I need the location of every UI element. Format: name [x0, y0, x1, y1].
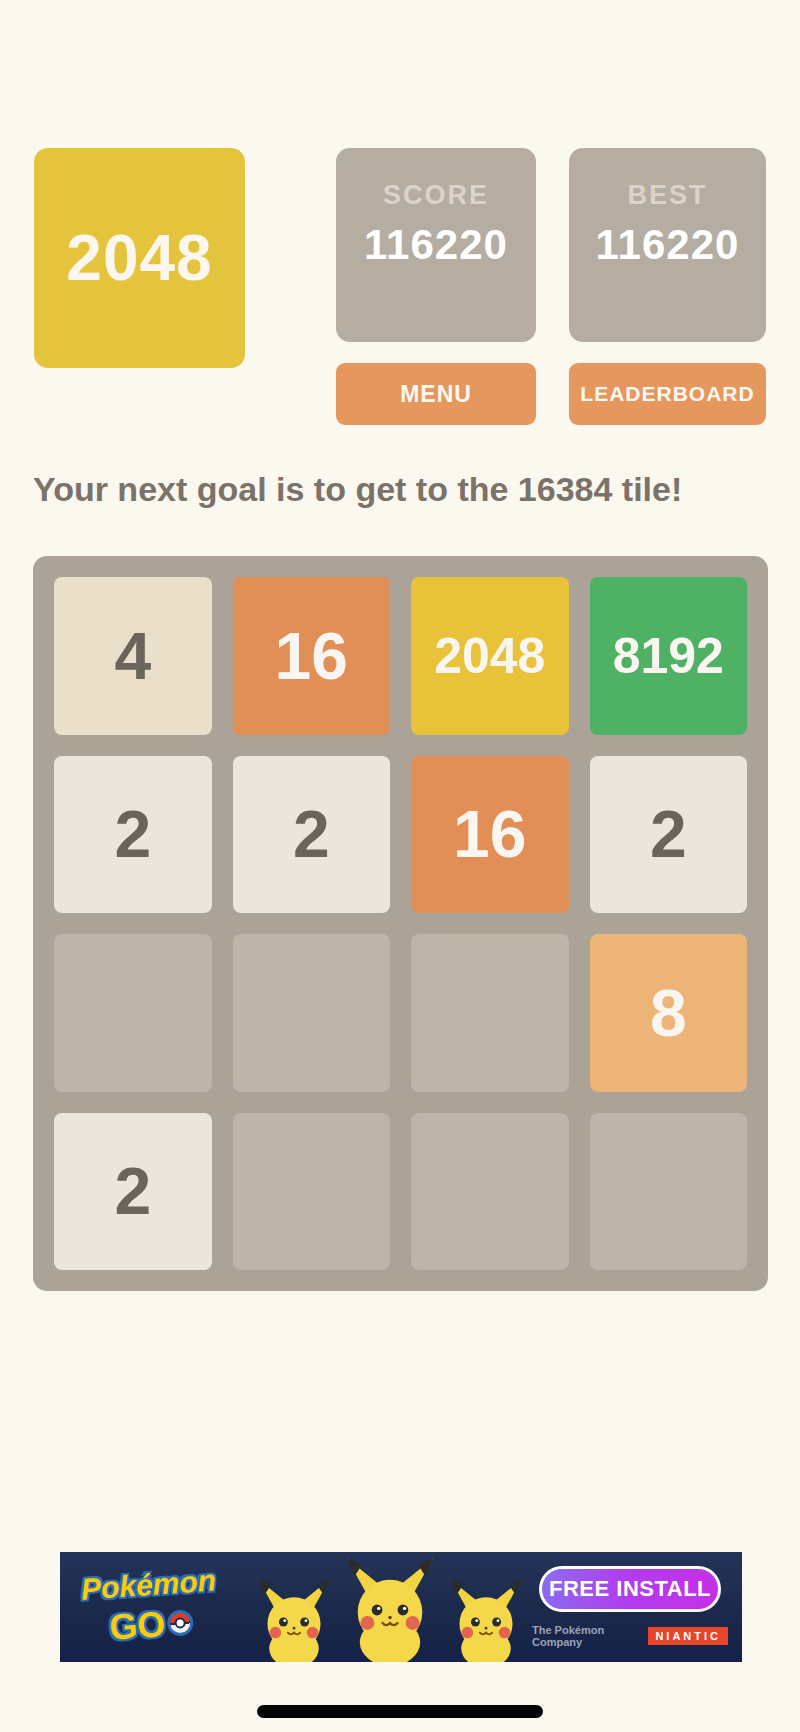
tile-2: 2 [590, 756, 748, 914]
pokemon-logo-text: Pokémon [80, 1563, 217, 1606]
niantic-badge: NIANTIC [648, 1627, 728, 1645]
pokemon-company-text: The Pokémon Company [532, 1624, 638, 1648]
empty-cell [411, 1113, 569, 1271]
tile-2: 2 [233, 756, 391, 914]
pokeball-icon [166, 1609, 194, 1637]
tile-8: 8 [590, 934, 748, 1092]
ad-right-column: FREE INSTALL The Pokémon Company NIANTIC [532, 1566, 742, 1648]
pikachu-icon [248, 1576, 340, 1662]
go-logo-text: GO [108, 1601, 195, 1649]
game-screen: 2048 SCORE 116220 BEST 116220 MENU LEADE… [0, 0, 800, 1732]
ad-banner[interactable]: Pokémon GO [60, 1552, 742, 1662]
tile-8192: 8192 [590, 577, 748, 735]
empty-cell [54, 934, 212, 1092]
ad-fineprint: The Pokémon Company NIANTIC [532, 1624, 728, 1648]
menu-button[interactable]: MENU [336, 363, 536, 425]
best-panel: BEST 116220 [569, 148, 766, 342]
tile-2: 2 [54, 756, 212, 914]
game-logo: 2048 [34, 148, 245, 368]
tile-4: 4 [54, 577, 212, 735]
score-value: 116220 [364, 221, 508, 269]
empty-cell [411, 934, 569, 1092]
game-logo-text: 2048 [66, 221, 212, 295]
board[interactable]: 416204881922216282 [33, 556, 768, 1291]
empty-cell [233, 934, 391, 1092]
best-value: 116220 [596, 221, 740, 269]
tile-16: 16 [233, 577, 391, 735]
tile-2048: 2048 [411, 577, 569, 735]
pikachu-icon [334, 1554, 446, 1662]
best-label: BEST [627, 180, 707, 211]
empty-cell [233, 1113, 391, 1271]
next-goal-text: Your next goal is to get to the 16384 ti… [33, 470, 793, 509]
tile-16: 16 [411, 756, 569, 914]
leaderboard-button[interactable]: LEADERBOARD [569, 363, 766, 425]
free-install-button[interactable]: FREE INSTALL [539, 1566, 721, 1612]
tile-2: 2 [54, 1113, 212, 1271]
score-label: SCORE [383, 180, 489, 211]
pokemon-go-logo: Pokémon GO [63, 1562, 236, 1652]
score-panel: SCORE 116220 [336, 148, 536, 342]
pikachu-icon [440, 1576, 532, 1662]
empty-cell [590, 1113, 748, 1271]
pikachu-group [248, 1552, 532, 1662]
home-indicator[interactable] [257, 1705, 543, 1718]
